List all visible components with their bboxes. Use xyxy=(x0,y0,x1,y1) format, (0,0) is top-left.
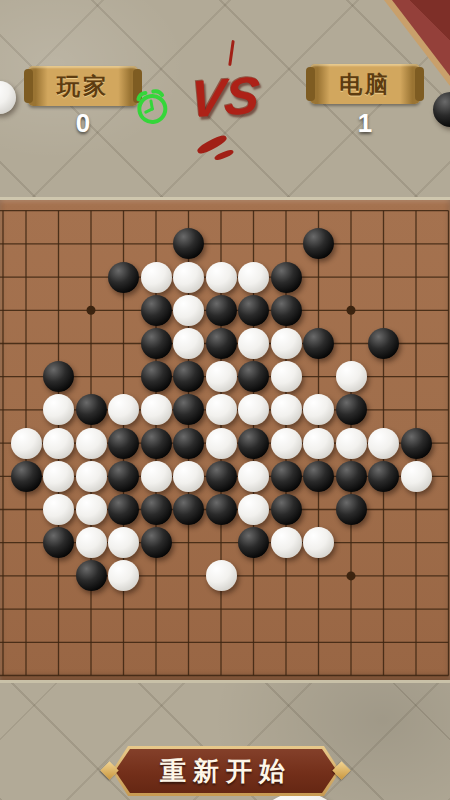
star-point xyxy=(217,439,226,448)
restart-button[interactable]: 重新开始 xyxy=(112,746,340,796)
gomoku-app: 玩家 0 VS 电脑 1 重新开始 xyxy=(0,0,450,800)
star-point xyxy=(347,306,356,315)
star-point xyxy=(87,306,96,315)
restart-label: 重新开始 xyxy=(160,754,292,789)
star-point xyxy=(347,571,356,580)
restart-button-face: 重新开始 xyxy=(115,749,337,793)
board-grid xyxy=(0,0,450,800)
star-point xyxy=(87,571,96,580)
